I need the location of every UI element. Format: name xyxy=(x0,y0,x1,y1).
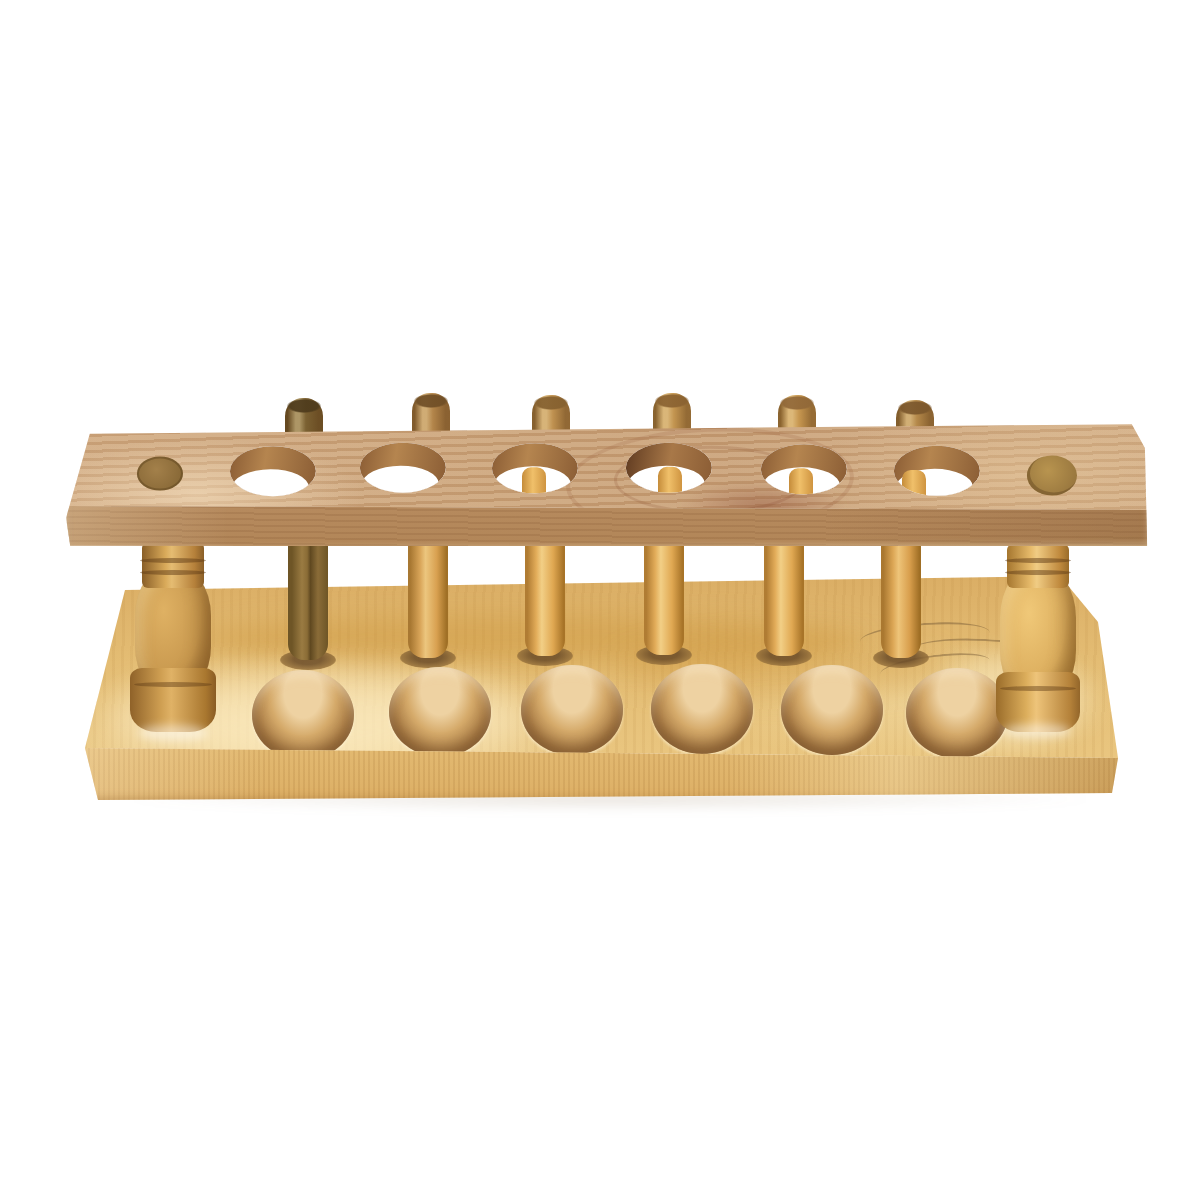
glue-sheen xyxy=(1003,724,1071,738)
peg-shaft-5 xyxy=(764,540,804,656)
tube-rest-divot-6 xyxy=(906,668,1008,758)
top-bar xyxy=(66,418,1148,554)
peg-shaft-2 xyxy=(408,540,448,658)
peg-seen-through-hole xyxy=(522,467,546,493)
post-bottom-collar xyxy=(130,668,216,732)
post-neck xyxy=(1007,544,1069,588)
post-tenon-cap-right xyxy=(1027,455,1077,495)
test-tube-hole-1 xyxy=(230,446,316,496)
peg-seen-through-hole xyxy=(658,467,682,493)
drying-peg-2 xyxy=(412,393,450,437)
base-board xyxy=(78,560,1128,805)
post-tenon-cap-left xyxy=(137,456,183,490)
test-tube-hole-6 xyxy=(894,446,980,496)
support-post-right xyxy=(996,544,1080,732)
post-ring-groove xyxy=(1005,570,1071,575)
peg-shaft-4 xyxy=(644,540,684,655)
post-neck xyxy=(142,542,204,588)
tube-rest-divot-5 xyxy=(781,665,883,755)
post-ring-groove xyxy=(1005,558,1071,563)
post-bottom-collar xyxy=(996,672,1080,732)
test-tube-hole-5 xyxy=(761,444,847,494)
tube-rest-divot-2 xyxy=(389,667,491,757)
test-tube-hole-2 xyxy=(360,443,446,493)
product-photo-test-tube-rack: Wooden test tube rack with drying pegs xyxy=(0,0,1200,1200)
post-ring-groove xyxy=(140,558,206,563)
peg-shaft-3 xyxy=(525,540,565,656)
tube-rest-divot-3 xyxy=(521,665,623,755)
support-post-left xyxy=(130,542,216,734)
test-tube-hole-4 xyxy=(626,443,712,493)
caption: Wooden test tube rack with drying pegs xyxy=(0,0,1,1)
glue-sheen xyxy=(138,725,208,741)
post-ring-groove xyxy=(140,570,206,575)
peg-shaft-6 xyxy=(881,540,921,658)
test-tube-hole-3 xyxy=(492,443,578,493)
peg-seen-through-hole xyxy=(789,468,813,494)
tube-rest-divot-1 xyxy=(252,670,354,760)
peg-shaft-1 xyxy=(288,540,328,660)
tube-rest-divot-4 xyxy=(651,664,753,754)
